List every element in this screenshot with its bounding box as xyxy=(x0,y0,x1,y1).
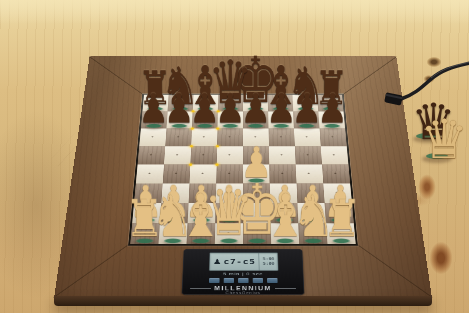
cable-plug xyxy=(384,92,403,105)
scene: ♜♞♝♛♚♝♞♜♟♟♟♟♟♟♟♟♟♟♟♟♟♟♟♟♜♞♝♛♚♝♞♜ ♟ c7-c5… xyxy=(0,0,469,313)
white-spare-queen[interactable]: ♛ xyxy=(420,113,468,167)
power-cable xyxy=(0,0,469,313)
